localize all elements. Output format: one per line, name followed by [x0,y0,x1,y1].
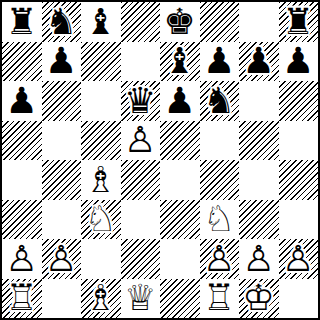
square-e7[interactable]: ♝♝ [160,42,200,82]
square-h6[interactable] [279,81,319,121]
piece-halo: ♞ [81,200,121,240]
square-a2[interactable]: ♟♙ [2,239,42,279]
square-g1[interactable]: ♚♔ [239,279,279,319]
square-b5[interactable] [42,121,82,161]
square-e8[interactable]: ♚♚ [160,2,200,42]
piece-halo: ♛ [121,279,161,319]
piece-halo: ♝ [81,2,121,42]
square-f3[interactable]: ♞♘ [200,200,240,240]
square-e6[interactable]: ♟♟ [160,81,200,121]
square-f6[interactable]: ♞♞ [200,81,240,121]
square-c8[interactable]: ♝♝ [81,2,121,42]
white-pawn-b2: ♙ [42,239,82,279]
square-h2[interactable]: ♟♙ [279,239,319,279]
square-d6[interactable]: ♛♛ [121,81,161,121]
square-d3[interactable] [121,200,161,240]
piece-halo: ♝ [81,279,121,319]
square-c5[interactable] [81,121,121,161]
square-c7[interactable] [81,42,121,82]
square-d1[interactable]: ♛♕ [121,279,161,319]
piece-halo: ♜ [2,2,42,42]
square-h8[interactable]: ♜♜ [279,2,319,42]
black-pawn-b7: ♟ [42,42,82,82]
white-bishop-c1: ♗ [81,279,121,319]
square-c3[interactable]: ♞♘ [81,200,121,240]
square-c2[interactable] [81,239,121,279]
black-pawn-f7: ♟ [200,42,240,82]
square-b2[interactable]: ♟♙ [42,239,82,279]
white-queen-d1: ♕ [121,279,161,319]
square-h4[interactable] [279,160,319,200]
square-h1[interactable] [279,279,319,319]
square-a7[interactable] [2,42,42,82]
square-c1[interactable]: ♝♗ [81,279,121,319]
white-pawn-f2: ♙ [200,239,240,279]
white-pawn-d5: ♙ [121,121,161,161]
square-a6[interactable]: ♟♟ [2,81,42,121]
square-f4[interactable] [200,160,240,200]
square-d4[interactable] [121,160,161,200]
white-pawn-a2: ♙ [2,239,42,279]
square-g6[interactable] [239,81,279,121]
square-d8[interactable] [121,2,161,42]
black-bishop-c8: ♝ [81,2,121,42]
piece-halo: ♜ [2,279,42,319]
square-c6[interactable] [81,81,121,121]
piece-halo: ♟ [239,239,279,279]
piece-halo: ♟ [239,42,279,82]
white-king-g1: ♔ [239,279,279,319]
square-e3[interactable] [160,200,200,240]
square-g7[interactable]: ♟♟ [239,42,279,82]
piece-halo: ♟ [42,42,82,82]
white-bishop-c4: ♗ [81,160,121,200]
square-b4[interactable] [42,160,82,200]
square-a8[interactable]: ♜♜ [2,2,42,42]
black-king-e8: ♚ [160,2,200,42]
black-knight-b8: ♞ [42,2,82,42]
square-b1[interactable] [42,279,82,319]
square-b3[interactable] [42,200,82,240]
piece-halo: ♚ [160,2,200,42]
square-h7[interactable]: ♟♟ [279,42,319,82]
piece-halo: ♟ [2,81,42,121]
square-a5[interactable] [2,121,42,161]
black-pawn-g7: ♟ [239,42,279,82]
black-bishop-e7: ♝ [160,42,200,82]
piece-halo: ♟ [42,239,82,279]
square-d7[interactable] [121,42,161,82]
square-f5[interactable] [200,121,240,161]
square-e2[interactable] [160,239,200,279]
square-c4[interactable]: ♝♗ [81,160,121,200]
chess-board: ♜♜♞♞♝♝♚♚♜♜♟♟♝♝♟♟♟♟♟♟♟♟♛♛♟♟♞♞♟♙♝♗♞♘♞♘♟♙♟♙… [0,0,320,320]
piece-halo: ♟ [2,239,42,279]
square-g3[interactable] [239,200,279,240]
black-rook-a8: ♜ [2,2,42,42]
piece-halo: ♟ [279,239,319,279]
black-pawn-e6: ♟ [160,81,200,121]
white-pawn-h2: ♙ [279,239,319,279]
piece-halo: ♝ [81,160,121,200]
square-f7[interactable]: ♟♟ [200,42,240,82]
square-g4[interactable] [239,160,279,200]
square-g2[interactable]: ♟♙ [239,239,279,279]
square-h3[interactable] [279,200,319,240]
piece-halo: ♜ [200,279,240,319]
square-d5[interactable]: ♟♙ [121,121,161,161]
piece-halo: ♛ [121,81,161,121]
square-h5[interactable] [279,121,319,161]
black-pawn-a6: ♟ [2,81,42,121]
square-a3[interactable] [2,200,42,240]
square-a1[interactable]: ♜♖ [2,279,42,319]
piece-halo: ♞ [200,200,240,240]
piece-halo: ♚ [239,279,279,319]
square-a4[interactable] [2,160,42,200]
piece-halo: ♟ [200,239,240,279]
white-rook-a1: ♖ [2,279,42,319]
square-b8[interactable]: ♞♞ [42,2,82,42]
square-b7[interactable]: ♟♟ [42,42,82,82]
black-pawn-h7: ♟ [279,42,319,82]
square-e4[interactable] [160,160,200,200]
piece-halo: ♞ [200,81,240,121]
square-e1[interactable] [160,279,200,319]
black-queen-d6: ♛ [121,81,161,121]
piece-halo: ♟ [279,42,319,82]
black-knight-f6: ♞ [200,81,240,121]
piece-halo: ♟ [200,42,240,82]
piece-halo: ♟ [121,121,161,161]
square-g5[interactable] [239,121,279,161]
white-pawn-g2: ♙ [239,239,279,279]
piece-halo: ♞ [42,2,82,42]
piece-halo: ♝ [160,42,200,82]
piece-halo: ♜ [279,2,319,42]
square-b6[interactable] [42,81,82,121]
square-e5[interactable] [160,121,200,161]
black-rook-h8: ♜ [279,2,319,42]
square-g8[interactable] [239,2,279,42]
square-f1[interactable]: ♜♖ [200,279,240,319]
white-knight-f3: ♘ [200,200,240,240]
white-rook-f1: ♖ [200,279,240,319]
square-f2[interactable]: ♟♙ [200,239,240,279]
piece-halo: ♟ [160,81,200,121]
square-f8[interactable] [200,2,240,42]
white-knight-c3: ♘ [81,200,121,240]
square-d2[interactable] [121,239,161,279]
